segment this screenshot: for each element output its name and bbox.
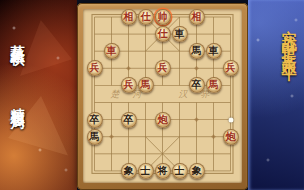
piece-red-a3[interactable]: 兵 [87,60,103,76]
piece-red-b2[interactable]: 車 [104,43,120,59]
piece-black-f1[interactable]: 車 [172,26,188,42]
right-decorative-panel: 实战中提高水平 [248,0,304,190]
piece-black-a7[interactable]: 馬 [87,129,103,145]
piece-black-g9[interactable]: 象 [189,163,205,179]
piece-red-e6[interactable]: 炮 [155,112,171,128]
piece-red-d4[interactable]: 馬 [138,77,154,93]
last-move-dot [228,117,233,122]
particle-sparks [0,0,77,190]
piece-black-c9[interactable]: 象 [121,163,137,179]
channel-subtitle-text: 精彩棋局 [9,97,27,107]
piece-red-i3[interactable]: 兵 [223,60,239,76]
xiangqi-board-area: 楚 河汉 界 相仕帅相仕車車馬車兵兵兵兵馬卒馬卒卒炮馬炮象士将士象 [77,0,248,190]
piece-black-d9[interactable]: 士 [138,163,154,179]
piece-red-c0[interactable]: 相 [121,9,137,25]
piece-red-d0[interactable]: 仕 [138,9,154,25]
piece-red-h4[interactable]: 馬 [206,77,222,93]
left-decorative-panel: 莫愁象棋 精彩棋局 [0,0,77,190]
piece-black-e9[interactable]: 将 [155,163,171,179]
slogan-text: 实战中提高水平 [279,18,298,60]
piece-red-e1[interactable]: 仕 [155,26,171,42]
piece-black-h2[interactable]: 車 [206,43,222,59]
piece-black-c6[interactable]: 卒 [121,112,137,128]
piece-black-g4[interactable]: 卒 [189,77,205,93]
thumbnail-stage: 莫愁象棋 精彩棋局 楚 河汉 界 相仕帅相仕車車馬車兵兵兵兵馬卒馬卒卒炮馬炮象士… [0,0,304,190]
piece-red-g0[interactable]: 相 [189,9,205,25]
piece-red-i7[interactable]: 炮 [223,129,239,145]
piece-black-a6[interactable]: 卒 [87,112,103,128]
piece-red-e3[interactable]: 兵 [155,60,171,76]
channel-title-text: 莫愁象棋 [9,33,27,43]
piece-black-g2[interactable]: 馬 [189,43,205,59]
piece-red-e0[interactable]: 帅 [155,9,171,25]
piece-black-f9[interactable]: 士 [172,163,188,179]
piece-red-c4[interactable]: 兵 [121,77,137,93]
